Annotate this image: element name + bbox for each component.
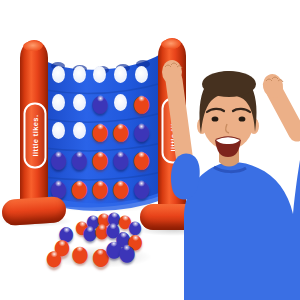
empty-hole xyxy=(73,122,86,139)
empty-hole xyxy=(93,66,106,83)
board-cell-r1c4 xyxy=(110,60,131,88)
empty-hole xyxy=(114,94,127,111)
board-cell-r2c1 xyxy=(48,88,69,116)
empty-hole xyxy=(73,94,86,111)
board-cell-r3c3: ● xyxy=(90,117,111,145)
boy-right-forearm xyxy=(275,92,297,133)
board-cell-r2c2 xyxy=(69,88,90,116)
board-grid: ●●●●●●●●●●●●●●● xyxy=(48,60,152,202)
boy-shirt xyxy=(184,160,300,300)
orange-ball: ● xyxy=(70,176,87,199)
board-cell-r5c4: ● xyxy=(110,174,131,202)
orange-ball: ● xyxy=(91,148,108,171)
board-cell-r5c2: ● xyxy=(69,174,90,202)
empty-hole xyxy=(135,66,148,83)
empty-hole xyxy=(52,122,65,139)
empty-hole xyxy=(114,66,127,83)
board-cell-r3c2 xyxy=(69,117,90,145)
boy-hair-top xyxy=(202,71,256,97)
blue-ball: ● xyxy=(50,148,67,171)
board-cell-r4c3: ● xyxy=(90,145,111,173)
board-cell-r1c2 xyxy=(69,60,90,88)
orange-ball: ● xyxy=(91,176,108,199)
boy-celebrating-illustration xyxy=(148,44,300,300)
board-cell-r3c1 xyxy=(48,117,69,145)
left-pillar-base xyxy=(1,196,67,226)
board-cell-r1c3 xyxy=(90,60,111,88)
product-photo-stage: ●●●●●●●●●●●●●●● little tikes. little tik… xyxy=(0,0,300,300)
empty-hole xyxy=(52,94,65,111)
loose-orange-ball: ● xyxy=(71,242,88,264)
little-tikes-logo-left: little tikes. xyxy=(24,103,47,169)
board-cell-r5c3: ● xyxy=(90,174,111,202)
blue-ball: ● xyxy=(112,148,129,171)
boy-left-eye xyxy=(212,116,219,121)
board-cell-r4c1: ● xyxy=(48,145,69,173)
boy-right-eye xyxy=(239,116,246,121)
blue-ball: ● xyxy=(70,148,87,171)
board-cell-r1c1 xyxy=(48,60,69,88)
board-cell-r2c4 xyxy=(110,88,131,116)
board-cell-r3c4: ● xyxy=(110,117,131,145)
orange-ball: ● xyxy=(112,119,129,142)
empty-hole xyxy=(52,66,65,83)
orange-ball: ● xyxy=(112,176,129,199)
board-cell-r2c3: ● xyxy=(90,88,111,116)
loose-orange-ball: ● xyxy=(46,247,63,268)
blue-ball: ● xyxy=(91,91,108,114)
board-cell-r4c2: ● xyxy=(69,145,90,173)
orange-ball: ● xyxy=(91,119,108,142)
empty-hole xyxy=(73,66,86,83)
loose-blue-ball: ● xyxy=(118,241,135,263)
board-cell-r4c4: ● xyxy=(110,145,131,173)
